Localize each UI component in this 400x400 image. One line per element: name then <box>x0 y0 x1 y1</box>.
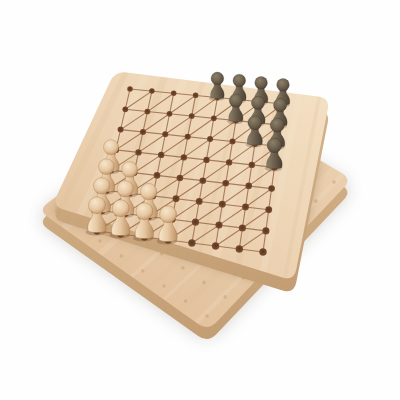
hole <box>127 86 133 92</box>
dimple <box>202 281 206 285</box>
dimple <box>162 284 166 288</box>
hole <box>265 206 272 213</box>
dimple <box>181 266 185 270</box>
hole <box>249 162 255 168</box>
hole <box>122 106 128 112</box>
hole <box>181 154 187 160</box>
hole <box>158 152 164 158</box>
hole <box>268 185 275 192</box>
hole <box>199 177 206 184</box>
hole <box>229 138 235 144</box>
hole <box>162 131 168 137</box>
hole <box>149 88 155 94</box>
hole <box>239 224 246 231</box>
hole <box>171 91 177 97</box>
hole <box>242 204 249 211</box>
dimple <box>205 314 209 318</box>
hole <box>262 227 269 234</box>
hole <box>185 134 191 140</box>
dimple <box>120 254 124 258</box>
hole <box>215 222 222 229</box>
hole <box>245 183 252 190</box>
halma-scene-svg <box>0 0 400 400</box>
hole <box>259 248 266 255</box>
hole <box>188 239 195 246</box>
dimple <box>184 299 188 303</box>
hole <box>211 115 217 121</box>
hole <box>196 198 203 205</box>
halma-product-photo <box>0 0 400 400</box>
hole <box>212 242 219 249</box>
hole <box>173 195 180 202</box>
dimple <box>141 269 145 273</box>
dimple <box>332 180 336 184</box>
hole <box>222 180 229 187</box>
hole <box>177 175 184 182</box>
hole <box>135 149 141 155</box>
hole <box>144 109 150 115</box>
dimple <box>223 295 227 299</box>
hole <box>219 201 226 208</box>
hole <box>167 111 173 117</box>
hole <box>140 129 146 135</box>
hole <box>154 172 161 179</box>
dimple <box>98 239 102 243</box>
hole <box>189 113 195 119</box>
dimple <box>314 199 318 203</box>
hole <box>203 157 209 163</box>
hole <box>193 93 199 99</box>
hole <box>236 245 243 252</box>
hole <box>118 127 124 133</box>
hole <box>226 159 232 165</box>
hole <box>207 136 213 142</box>
hole <box>192 219 199 226</box>
